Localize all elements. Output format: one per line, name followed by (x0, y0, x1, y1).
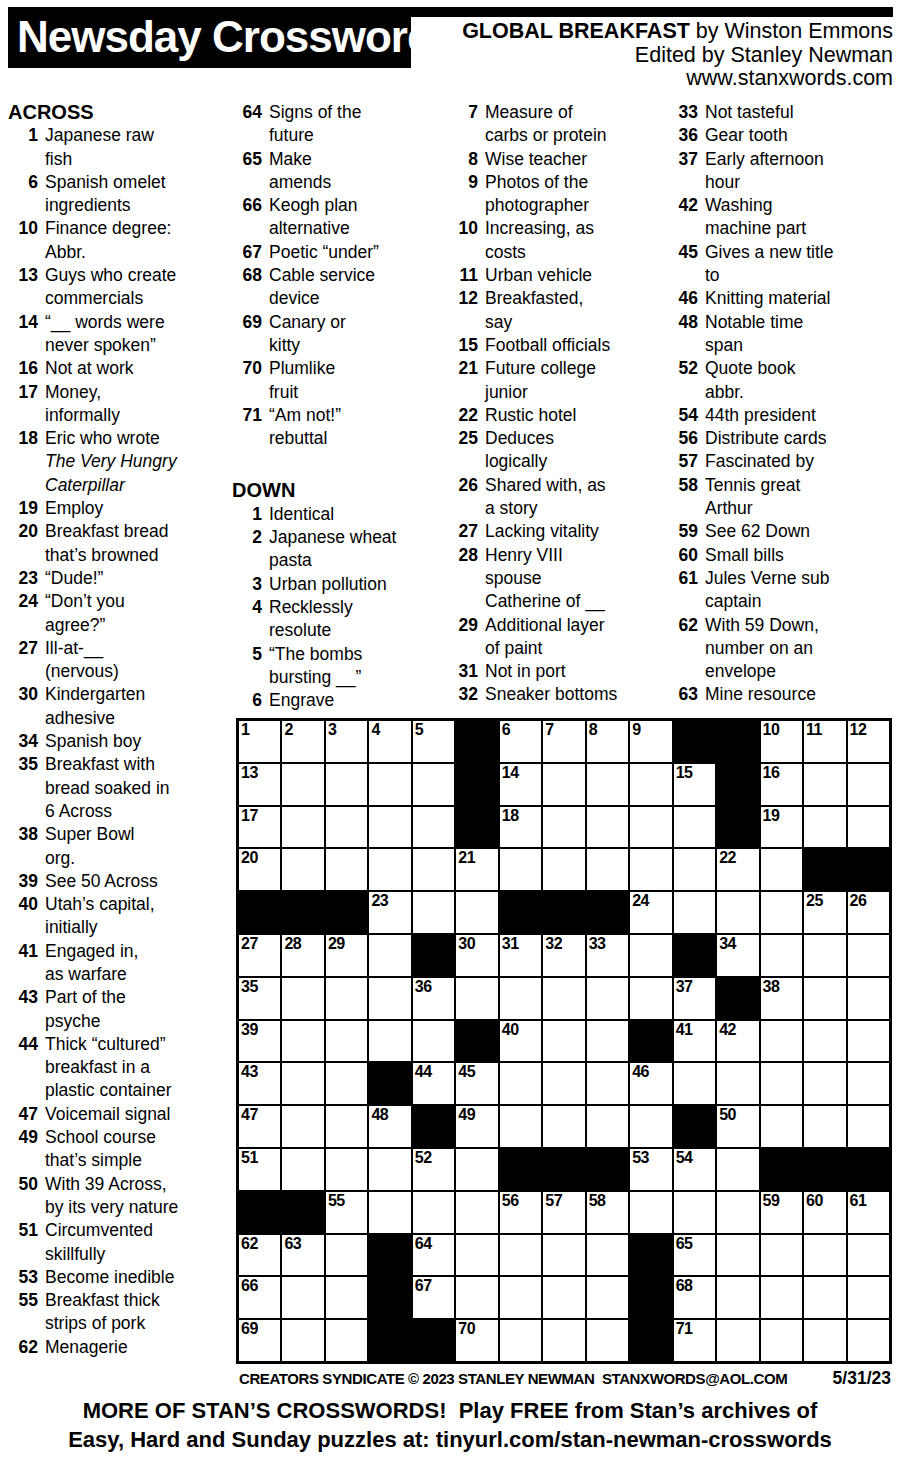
grid-cell-r4c12[interactable]: 22 (716, 848, 759, 891)
cell-number: 13 (241, 765, 258, 781)
clue-text: Engrave (269, 689, 334, 712)
puzzle-date: 5/31/23 (833, 1368, 891, 1389)
grid-cell-r12c10[interactable] (629, 1191, 672, 1234)
grid-cell-r2c3[interactable] (325, 763, 368, 806)
grid-cell-r4c4[interactable] (368, 848, 411, 891)
clue-text: Become inedible (45, 1266, 174, 1289)
grid-cell-r14c13[interactable] (760, 1276, 803, 1319)
grid-cell-r2c8[interactable] (542, 763, 585, 806)
grid-cell-r9c12[interactable] (716, 1062, 759, 1105)
grid-cell-r6c3[interactable]: 29 (325, 934, 368, 977)
clue-number: 13 (8, 264, 45, 311)
grid-cell-r1c1[interactable]: 1 (238, 720, 281, 763)
grid-cell-r1c8[interactable]: 7 (542, 720, 585, 763)
grid-cell-r15c3[interactable] (325, 1319, 368, 1362)
clue-across-62: 62Menagerie (8, 1336, 230, 1359)
cell-number: 12 (850, 722, 867, 738)
grid-cell-r9c14[interactable] (803, 1062, 846, 1105)
clue-text: Urban pollution (269, 573, 387, 596)
grid-cell-r6c10[interactable] (629, 934, 672, 977)
cell-number: 64 (415, 1236, 432, 1252)
grid-cell-r13c14[interactable] (803, 1234, 846, 1277)
grid-cell-r12c15[interactable]: 61 (847, 1191, 890, 1234)
grid-cell-r15c14[interactable] (803, 1319, 846, 1362)
grid-cell-r6c9[interactable]: 33 (586, 934, 629, 977)
grid-cell-r7c3[interactable] (325, 977, 368, 1020)
grid-cell-r4c2[interactable] (281, 848, 324, 891)
grid-cell-r4c6[interactable]: 21 (455, 848, 498, 891)
grid-cell-r3c11[interactable] (673, 806, 716, 849)
grid-cell-r7c4[interactable] (368, 977, 411, 1020)
clue-number: 9 (448, 171, 485, 218)
grid-cell-r13c3[interactable] (325, 1234, 368, 1277)
grid-cell-r1c13[interactable]: 10 (760, 720, 803, 763)
clue-number: 71 (232, 404, 269, 451)
grid-cell-r12c6[interactable] (455, 1191, 498, 1234)
clue-text: Photos of the photographer (485, 171, 589, 218)
cell-number: 69 (241, 1321, 258, 1337)
grid-cell-r3c2[interactable] (281, 806, 324, 849)
clue-number: 1 (8, 124, 45, 171)
grid-cell-r7c5[interactable]: 36 (412, 977, 455, 1020)
cell-number: 24 (632, 893, 649, 909)
grid-cell-r15c6[interactable]: 70 (455, 1319, 498, 1362)
grid-cell-r15c1[interactable]: 69 (238, 1319, 281, 1362)
grid-cell-r4c10[interactable] (629, 848, 672, 891)
grid-cell-r3c4[interactable] (368, 806, 411, 849)
grid-cell-r1c15[interactable]: 12 (847, 720, 890, 763)
grid-cell-r11c1[interactable]: 51 (238, 1148, 281, 1191)
clue-text: Sneaker bottoms (485, 683, 617, 706)
clue-text: Circumvented skillfully (45, 1219, 153, 1266)
grid-cell-r10c7[interactable] (499, 1105, 542, 1148)
grid-cell-r11c2[interactable] (281, 1148, 324, 1191)
grid-cell-r5c10[interactable]: 24 (629, 891, 672, 934)
clue-text: Wise teacher (485, 148, 587, 171)
grid-cell-r1c2[interactable]: 2 (281, 720, 324, 763)
grid-cell-r7c15[interactable] (847, 977, 890, 1020)
grid-cell-r12c8[interactable]: 57 (542, 1191, 585, 1234)
grid-cell-r10c14[interactable] (803, 1105, 846, 1148)
grid-cell-r2c1[interactable]: 13 (238, 763, 281, 806)
grid-cell-r15c13[interactable] (760, 1319, 803, 1362)
grid-cell-r3c7[interactable]: 18 (499, 806, 542, 849)
grid-cell-r10c2[interactable] (281, 1105, 324, 1148)
grid-cell-r12c11[interactable] (673, 1191, 716, 1234)
grid-cell-r8c7[interactable]: 40 (499, 1020, 542, 1063)
clue-number: 67 (232, 241, 269, 264)
grid-cell-r7c6[interactable] (455, 977, 498, 1020)
grid-cell-r3c10[interactable] (629, 806, 672, 849)
clue-text: Tennis great Arthur (705, 474, 800, 521)
grid-cell-r14c2[interactable] (281, 1276, 324, 1319)
grid-cell-r8c11[interactable]: 41 (673, 1020, 716, 1063)
clue-down-59: 59See 62 Down (668, 520, 898, 543)
clue-text: Plumlike fruit (269, 357, 335, 404)
grid-cell-r12c3[interactable]: 55 (325, 1191, 368, 1234)
grid-cell-r15c15[interactable] (847, 1319, 890, 1362)
cell-number: 26 (850, 893, 867, 909)
clue-number: 61 (668, 567, 705, 614)
grid-cell-r9c1[interactable]: 43 (238, 1062, 281, 1105)
grid-cell-r13c2[interactable]: 63 (281, 1234, 324, 1277)
grid-cell-r8c4[interactable] (368, 1020, 411, 1063)
grid-cell-r4c1[interactable]: 20 (238, 848, 281, 891)
grid-cell-r4c9[interactable] (586, 848, 629, 891)
promo-line-1: MORE OF STAN’S CROSSWORDS! Play FREE fro… (0, 1396, 900, 1425)
clue-number: 25 (448, 427, 485, 474)
grid-cell-r2c10[interactable] (629, 763, 672, 806)
grid-cell-r10c13[interactable] (760, 1105, 803, 1148)
grid-cell-r15c12[interactable] (716, 1319, 759, 1362)
grid-cell-r5c14[interactable]: 25 (803, 891, 846, 934)
grid-cell-r8c13[interactable] (760, 1020, 803, 1063)
grid-cell-r13c15[interactable] (847, 1234, 890, 1277)
grid-cell-r8c1[interactable]: 39 (238, 1020, 281, 1063)
black-square-r3c12 (716, 806, 759, 849)
grid-cell-r2c9[interactable] (586, 763, 629, 806)
grid-cell-r8c8[interactable] (542, 1020, 585, 1063)
grid-cell-r2c5[interactable] (412, 763, 455, 806)
grid-cell-r5c11[interactable] (673, 891, 716, 934)
grid-cell-r10c3[interactable] (325, 1105, 368, 1148)
grid-cell-r4c11[interactable] (673, 848, 716, 891)
clue-number: 30 (8, 683, 45, 730)
clue-down-57: 57Fascinated by (668, 450, 898, 473)
grid-cell-r9c2[interactable] (281, 1062, 324, 1105)
grid-cell-r12c4[interactable] (368, 1191, 411, 1234)
grid-cell-r12c9[interactable]: 58 (586, 1191, 629, 1234)
clue-text: “Don’t you agree?” (45, 590, 125, 637)
clue-number: 28 (448, 544, 485, 614)
grid-cell-r6c15[interactable] (847, 934, 890, 977)
black-square-r10c11 (673, 1105, 716, 1148)
clue-number: 52 (668, 357, 705, 404)
grid-cell-r13c7[interactable] (499, 1234, 542, 1277)
grid-cell-r10c15[interactable] (847, 1105, 890, 1148)
grid-cell-r6c2[interactable]: 28 (281, 934, 324, 977)
black-square-r2c12 (716, 763, 759, 806)
clue-across-1: 1Japanese raw fish (8, 124, 230, 171)
grid-cell-r13c5[interactable]: 64 (412, 1234, 455, 1277)
grid-cell-r8c15[interactable] (847, 1020, 890, 1063)
black-square-r12c1 (238, 1191, 281, 1234)
grid-cell-r1c9[interactable]: 8 (586, 720, 629, 763)
grid-cell-r9c3[interactable] (325, 1062, 368, 1105)
clue-across-30: 30Kindergarten adhesive (8, 683, 230, 730)
black-square-r8c10 (629, 1020, 672, 1063)
promo-line-2: Easy, Hard and Sunday puzzles at: tinyur… (0, 1425, 900, 1454)
clue-number: 23 (8, 567, 45, 590)
grid-cell-r7c10[interactable] (629, 977, 672, 1020)
clue-text: Distribute cards (705, 427, 827, 450)
clue-across-18: 18Eric who wrote The Very Hungry Caterpi… (8, 427, 230, 497)
grid-cell-r7c13[interactable]: 38 (760, 977, 803, 1020)
grid-cell-r6c12[interactable]: 34 (716, 934, 759, 977)
clue-number: 47 (8, 1103, 45, 1126)
grid-cell-r6c13[interactable] (760, 934, 803, 977)
cell-number: 29 (328, 936, 345, 952)
clue-number: 15 (448, 334, 485, 357)
grid-cell-r11c11[interactable]: 54 (673, 1148, 716, 1191)
grid-cell-r9c6[interactable]: 45 (455, 1062, 498, 1105)
grid-cell-r2c14[interactable] (803, 763, 846, 806)
grid-cell-r6c7[interactable]: 31 (499, 934, 542, 977)
grid-cell-r9c10[interactable]: 46 (629, 1062, 672, 1105)
clue-text: Deduces logically (485, 427, 554, 474)
grid-cell-r8c5[interactable] (412, 1020, 455, 1063)
clue-text: Guys who create commercials (45, 264, 176, 311)
clue-text: Jules Verne sub captain (705, 567, 830, 614)
grid-cell-r7c2[interactable] (281, 977, 324, 1020)
grid-cell-r2c4[interactable] (368, 763, 411, 806)
cell-number: 51 (241, 1150, 258, 1166)
cell-number: 37 (676, 979, 693, 995)
clue-across-51: 51Circumvented skillfully (8, 1219, 230, 1266)
grid-cell-r12c5[interactable] (412, 1191, 455, 1234)
grid-cell-r14c6[interactable] (455, 1276, 498, 1319)
grid-cell-r5c13[interactable] (760, 891, 803, 934)
clue-number: 68 (232, 264, 269, 311)
clue-number: 55 (8, 1289, 45, 1336)
copyright-text: CREATORS SYNDICATE © 2023 STANLEY NEWMAN… (239, 1370, 787, 1387)
grid-cell-r7c11[interactable]: 37 (673, 977, 716, 1020)
grid-cell-r6c6[interactable]: 30 (455, 934, 498, 977)
grid-cell-r9c5[interactable]: 44 (412, 1062, 455, 1105)
grid-cell-r5c6[interactable] (455, 891, 498, 934)
grid-cell-r6c8[interactable]: 32 (542, 934, 585, 977)
grid-cell-r12c12[interactable] (716, 1191, 759, 1234)
clue-text: Small bills (705, 544, 784, 567)
grid-cell-r3c3[interactable] (325, 806, 368, 849)
clue-across-39: 39See 50 Across (8, 870, 230, 893)
clue-number: 19 (8, 497, 45, 520)
black-square-r13c10 (629, 1234, 672, 1277)
grid-cell-r13c11[interactable]: 65 (673, 1234, 716, 1277)
grid-cell-r14c14[interactable] (803, 1276, 846, 1319)
black-square-r2c6 (455, 763, 498, 806)
grid-cell-r3c9[interactable] (586, 806, 629, 849)
grid-cell-r7c9[interactable] (586, 977, 629, 1020)
cell-number: 14 (502, 765, 519, 781)
grid-cell-r10c9[interactable] (586, 1105, 629, 1148)
grid-cell-r2c11[interactable]: 15 (673, 763, 716, 806)
clue-down-9: 9Photos of the photographer (448, 171, 666, 218)
grid-cell-r9c7[interactable] (499, 1062, 542, 1105)
grid-cell-r13c9[interactable] (586, 1234, 629, 1277)
grid-cell-r14c11[interactable]: 68 (673, 1276, 716, 1319)
cell-number: 5 (415, 722, 423, 738)
clue-across-38: 38Super Bowl org. (8, 823, 230, 870)
grid-cell-r8c12[interactable]: 42 (716, 1020, 759, 1063)
grid-cell-r1c5[interactable]: 5 (412, 720, 455, 763)
black-square-r11c7 (499, 1148, 542, 1191)
grid-cell-r13c8[interactable] (542, 1234, 585, 1277)
cell-number: 18 (502, 808, 519, 824)
grid-cell-r3c14[interactable] (803, 806, 846, 849)
cell-number: 10 (763, 722, 780, 738)
grid-cell-r14c1[interactable]: 66 (238, 1276, 281, 1319)
clue-across-70: 70Plumlike fruit (232, 357, 444, 404)
grid-cell-r10c6[interactable]: 49 (455, 1105, 498, 1148)
grid-cell-r6c4[interactable] (368, 934, 411, 977)
black-square-r14c4 (368, 1276, 411, 1319)
clue-number: 6 (232, 689, 269, 712)
grid-cell-r9c11[interactable] (673, 1062, 716, 1105)
clue-text: Knitting material (705, 287, 830, 310)
grid-cell-r9c15[interactable] (847, 1062, 890, 1105)
grid-cell-r13c12[interactable] (716, 1234, 759, 1277)
grid-cell-r7c1[interactable]: 35 (238, 977, 281, 1020)
clue-across-68: 68Cable service device (232, 264, 444, 311)
grid-cell-r3c15[interactable] (847, 806, 890, 849)
clue-down-15: 15Football officials (448, 334, 666, 357)
grid-cell-r14c9[interactable] (586, 1276, 629, 1319)
grid-cell-r14c8[interactable] (542, 1276, 585, 1319)
grid-cell-r15c11[interactable]: 71 (673, 1319, 716, 1362)
black-square-r1c11 (673, 720, 716, 763)
cell-number: 17 (241, 808, 258, 824)
grid-cell-r6c1[interactable]: 27 (238, 934, 281, 977)
grid-cell-r7c14[interactable] (803, 977, 846, 1020)
grid-cell-r5c4[interactable]: 23 (368, 891, 411, 934)
grid-cell-r15c9[interactable] (586, 1319, 629, 1362)
clue-text: Not tasteful (705, 101, 794, 124)
grid-cell-r8c2[interactable] (281, 1020, 324, 1063)
grid-cell-r12c7[interactable]: 56 (499, 1191, 542, 1234)
grid-cell-r5c12[interactable] (716, 891, 759, 934)
grid-cell-r7c8[interactable] (542, 977, 585, 1020)
grid-cell-r15c7[interactable] (499, 1319, 542, 1362)
grid-cell-r10c10[interactable] (629, 1105, 672, 1148)
grid-cell-r5c15[interactable]: 26 (847, 891, 890, 934)
cell-number: 7 (545, 722, 553, 738)
grid-cell-r15c8[interactable] (542, 1319, 585, 1362)
clue-number: 2 (232, 526, 269, 573)
grid-cell-r11c5[interactable]: 52 (412, 1148, 455, 1191)
grid-cell-r6c14[interactable] (803, 934, 846, 977)
grid-cell-r4c13[interactable] (760, 848, 803, 891)
grid-cell-r1c4[interactable]: 4 (368, 720, 411, 763)
clue-across-35: 35Breakfast with bread soaked in 6 Acros… (8, 753, 230, 823)
grid-cell-r4c5[interactable] (412, 848, 455, 891)
grid-cell-r4c8[interactable] (542, 848, 585, 891)
clue-text: Identical (269, 503, 334, 526)
clue-down-31: 31Not in port (448, 660, 666, 683)
grid-cell-r11c4[interactable] (368, 1148, 411, 1191)
grid-cell-r9c9[interactable] (586, 1062, 629, 1105)
grid-cell-r12c13[interactable]: 59 (760, 1191, 803, 1234)
grid-cell-r13c13[interactable] (760, 1234, 803, 1277)
clue-number: 10 (8, 217, 45, 264)
clue-across-65: 65Make amends (232, 148, 444, 195)
grid-cell-r13c6[interactable] (455, 1234, 498, 1277)
grid-cell-r15c2[interactable] (281, 1319, 324, 1362)
grid-cell-r2c2[interactable] (281, 763, 324, 806)
clue-number: 54 (668, 404, 705, 427)
clue-down-63: 63Mine resource (668, 683, 898, 706)
grid-cell-r8c3[interactable] (325, 1020, 368, 1063)
grid-cell-r3c5[interactable] (412, 806, 455, 849)
clue-across-50: 50With 39 Across, by its very nature (8, 1173, 230, 1220)
grid-cell-r10c1[interactable]: 47 (238, 1105, 281, 1148)
cell-number: 9 (632, 722, 640, 738)
grid-cell-r14c12[interactable] (716, 1276, 759, 1319)
clue-text: Ill-at-__ (nervous) (45, 637, 119, 684)
clue-down-6: 6Engrave (232, 689, 444, 712)
grid-cell-r3c8[interactable] (542, 806, 585, 849)
grid-cell-r10c4[interactable]: 48 (368, 1105, 411, 1148)
grid-cell-r7c7[interactable] (499, 977, 542, 1020)
grid-cell-r14c15[interactable] (847, 1276, 890, 1319)
grid-cell-r11c6[interactable] (455, 1148, 498, 1191)
grid-cell-r1c3[interactable]: 3 (325, 720, 368, 763)
clue-down-26: 26Shared with, as a story (448, 474, 666, 521)
clue-down-1: 1Identical (232, 503, 444, 526)
grid-cell-r1c7[interactable]: 6 (499, 720, 542, 763)
grid-cell-r2c13[interactable]: 16 (760, 763, 803, 806)
grid-cell-r8c9[interactable] (586, 1020, 629, 1063)
grid-cell-r10c8[interactable] (542, 1105, 585, 1148)
grid-cell-r5c5[interactable] (412, 891, 455, 934)
grid-cell-r14c7[interactable] (499, 1276, 542, 1319)
clue-across-49: 49School course that’s simple (8, 1126, 230, 1173)
clue-text: Menagerie (45, 1336, 128, 1359)
grid-cell-r2c15[interactable] (847, 763, 890, 806)
copyright-line: CREATORS SYNDICATE © 2023 STANLEY NEWMAN… (239, 1368, 891, 1389)
clue-number: 32 (448, 683, 485, 706)
clue-down-61: 61Jules Verne sub captain (668, 567, 898, 614)
clue-down-8: 8Wise teacher (448, 148, 666, 171)
grid-cell-r2c7[interactable]: 14 (499, 763, 542, 806)
grid-cell-r4c7[interactable] (499, 848, 542, 891)
cell-number: 67 (415, 1278, 432, 1294)
black-square-r1c6 (455, 720, 498, 763)
clue-down-2: 2Japanese wheat pasta (232, 526, 444, 573)
cell-number: 61 (850, 1193, 867, 1209)
clue-text: Japanese raw fish (45, 124, 154, 171)
grid-cell-r1c10[interactable]: 9 (629, 720, 672, 763)
clue-text: 44th president (705, 404, 816, 427)
clue-text: Signs of the future (269, 101, 361, 148)
grid-cell-r11c10[interactable]: 53 (629, 1148, 672, 1191)
grid-cell-r12c14[interactable]: 60 (803, 1191, 846, 1234)
grid-cell-r3c13[interactable]: 19 (760, 806, 803, 849)
black-square-r11c14 (803, 1148, 846, 1191)
cell-number: 43 (241, 1064, 258, 1080)
grid-cell-r14c5[interactable]: 67 (412, 1276, 455, 1319)
clue-text: Quote book abbr. (705, 357, 795, 404)
grid-cell-r9c13[interactable] (760, 1062, 803, 1105)
clue-number: 66 (232, 194, 269, 241)
grid-cell-r3c1[interactable]: 17 (238, 806, 281, 849)
grid-cell-r11c12[interactable] (716, 1148, 759, 1191)
black-square-r3c6 (455, 806, 498, 849)
grid-cell-r8c14[interactable] (803, 1020, 846, 1063)
grid-cell-r14c3[interactable] (325, 1276, 368, 1319)
clue-text: Gives a new title to (705, 241, 833, 288)
clue-text: Breakfast with bread soaked in 6 Across (45, 753, 170, 823)
clue-across-19: 19Employ (8, 497, 230, 520)
grid-cell-r1c14[interactable]: 11 (803, 720, 846, 763)
cell-number: 36 (415, 979, 432, 995)
grid-cell-r11c3[interactable] (325, 1148, 368, 1191)
grid-cell-r4c3[interactable] (325, 848, 368, 891)
grid-cell-r10c12[interactable]: 50 (716, 1105, 759, 1148)
grid-cell-r9c8[interactable] (542, 1062, 585, 1105)
clue-number: 46 (668, 287, 705, 310)
grid-cell-r13c1[interactable]: 62 (238, 1234, 281, 1277)
